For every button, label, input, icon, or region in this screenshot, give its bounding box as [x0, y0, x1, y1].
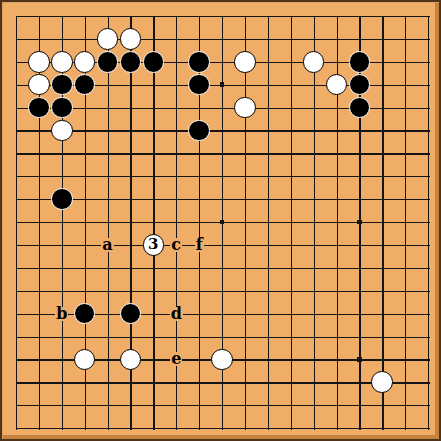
board-point: [27, 188, 50, 211]
board-point: [50, 50, 73, 73]
white-stone: [234, 97, 256, 119]
board-point: [394, 256, 417, 279]
board-point: [50, 119, 73, 142]
board-point: [279, 211, 302, 234]
board-point: [119, 96, 142, 119]
board-point: [256, 188, 279, 211]
board-point: [325, 142, 348, 165]
board-point: [142, 417, 165, 440]
white-stone: [28, 74, 50, 96]
board-point: [302, 371, 325, 394]
white-stone: [97, 28, 119, 50]
board-point: [142, 348, 165, 371]
board-point: [188, 371, 211, 394]
board-point: [325, 233, 348, 256]
board-point: [165, 50, 188, 73]
board-point: [73, 302, 96, 325]
board-point: [119, 233, 142, 256]
black-stone: [51, 97, 73, 119]
board-point: [165, 119, 188, 142]
white-stone: [371, 371, 393, 393]
board-point: [5, 96, 28, 119]
board-point: [165, 5, 188, 28]
board-point: [233, 5, 256, 28]
board-point: [394, 188, 417, 211]
board-point: [348, 233, 371, 256]
board-point: [325, 394, 348, 417]
board-point: [27, 348, 50, 371]
board-point: [119, 165, 142, 188]
board-point: [73, 27, 96, 50]
board-point: [50, 348, 73, 371]
board-point: [256, 302, 279, 325]
board-point: c: [165, 233, 188, 256]
board-point: [188, 211, 211, 234]
board-point: [348, 371, 371, 394]
point-label-d: d: [170, 307, 183, 321]
board-point: [302, 348, 325, 371]
board-point: [188, 27, 211, 50]
black-stone: [188, 120, 210, 142]
board-point: [371, 50, 394, 73]
board-point: [348, 211, 371, 234]
board-point: [279, 279, 302, 302]
go-board-frame: a3cfbde: [0, 0, 441, 441]
board-point: [119, 256, 142, 279]
board-point: [50, 27, 73, 50]
board-point: [279, 142, 302, 165]
board-point: [348, 165, 371, 188]
board-point: [256, 371, 279, 394]
board-point: [417, 142, 440, 165]
board-point: [211, 119, 234, 142]
board-point: [165, 394, 188, 417]
board-point: [73, 188, 96, 211]
board-point: [371, 394, 394, 417]
board-point: [256, 142, 279, 165]
board-point: [371, 211, 394, 234]
board-point: [73, 119, 96, 142]
board-point: [417, 211, 440, 234]
board-point: [27, 325, 50, 348]
board-point: [371, 302, 394, 325]
board-point: [211, 348, 234, 371]
board-point: [417, 96, 440, 119]
board-point: [233, 188, 256, 211]
board-point: [211, 279, 234, 302]
board-point: [119, 302, 142, 325]
board-point: [394, 27, 417, 50]
board-point: [165, 417, 188, 440]
board-point: [325, 348, 348, 371]
board-point: [279, 50, 302, 73]
board-point: [211, 27, 234, 50]
board-point: [142, 5, 165, 28]
board-point: [73, 417, 96, 440]
white-stone: [120, 28, 142, 50]
board-point: [417, 256, 440, 279]
board-point: [73, 256, 96, 279]
board-point: [417, 371, 440, 394]
board-point: [348, 119, 371, 142]
board-point: [73, 394, 96, 417]
board-point: [5, 27, 28, 50]
white-stone: [28, 51, 50, 73]
board-point: [188, 256, 211, 279]
board-point: [211, 371, 234, 394]
board-point: [142, 50, 165, 73]
point-label-b: b: [55, 307, 68, 321]
board-point: [96, 211, 119, 234]
board-point: [233, 211, 256, 234]
board-point: [5, 119, 28, 142]
board-point: [233, 417, 256, 440]
white-stone: [51, 51, 73, 73]
board-point: [394, 73, 417, 96]
board-point: [5, 371, 28, 394]
board-point: [119, 188, 142, 211]
board-point: [279, 394, 302, 417]
board-point: [394, 302, 417, 325]
board-point: [279, 256, 302, 279]
black-stone: [28, 97, 50, 119]
board-point: [394, 233, 417, 256]
board-point: [50, 256, 73, 279]
board-point: [119, 417, 142, 440]
board-point: [188, 165, 211, 188]
board-point: [325, 302, 348, 325]
board-point: [302, 394, 325, 417]
black-stone: [349, 97, 371, 119]
black-stone: [349, 74, 371, 96]
board-point: [96, 165, 119, 188]
board-point: [371, 233, 394, 256]
board-point: [27, 371, 50, 394]
board-point: [348, 96, 371, 119]
board-point: [27, 417, 50, 440]
board-point: [394, 96, 417, 119]
board-point: [279, 5, 302, 28]
board-point: [371, 348, 394, 371]
board-point: [302, 119, 325, 142]
board-point: [5, 394, 28, 417]
board-point: [188, 73, 211, 96]
board-point: [73, 233, 96, 256]
board-point: [73, 165, 96, 188]
board-point: [233, 27, 256, 50]
board-point: [5, 73, 28, 96]
board-point: [50, 233, 73, 256]
board-point: [394, 371, 417, 394]
board-point: [211, 325, 234, 348]
board-point: [325, 165, 348, 188]
board-point: [394, 50, 417, 73]
board-point: [302, 302, 325, 325]
board-point: [119, 325, 142, 348]
board-point: [256, 119, 279, 142]
board-point: [394, 5, 417, 28]
board-point: [27, 119, 50, 142]
board-point: [5, 211, 28, 234]
board-point: [96, 73, 119, 96]
board-point: [142, 279, 165, 302]
board-point: [256, 233, 279, 256]
board-point: [142, 142, 165, 165]
board-point: [348, 417, 371, 440]
board-point: [279, 417, 302, 440]
black-stone: [120, 51, 142, 73]
board-point: [96, 5, 119, 28]
board-point: [165, 73, 188, 96]
board-point: [142, 27, 165, 50]
board-point: [233, 325, 256, 348]
board-point: [188, 394, 211, 417]
board-point: [233, 279, 256, 302]
board-point: [188, 325, 211, 348]
board-point: [394, 348, 417, 371]
board-point: [233, 73, 256, 96]
board-point: [119, 5, 142, 28]
board-point: [302, 165, 325, 188]
board-point: [165, 96, 188, 119]
board-point: [27, 279, 50, 302]
board-point: [96, 50, 119, 73]
board-point: [325, 279, 348, 302]
board-point: [73, 348, 96, 371]
board-point: [256, 165, 279, 188]
board-point: [142, 371, 165, 394]
board-point: [119, 348, 142, 371]
board-point: [142, 256, 165, 279]
board-point: [119, 27, 142, 50]
board-point: [325, 50, 348, 73]
board-point: [256, 50, 279, 73]
board-point: [188, 279, 211, 302]
board-point: [50, 394, 73, 417]
board-point: [302, 73, 325, 96]
board-point: [73, 142, 96, 165]
board-point: [348, 50, 371, 73]
board-point: 3: [142, 233, 165, 256]
board-point: [394, 279, 417, 302]
board-point: [5, 5, 28, 28]
board-point: [348, 279, 371, 302]
board-point: [5, 233, 28, 256]
board-point: [325, 119, 348, 142]
board-point: [165, 211, 188, 234]
board-point: [302, 142, 325, 165]
board-point: [371, 256, 394, 279]
board-point: [211, 73, 234, 96]
board-point: [96, 371, 119, 394]
board-point: [233, 256, 256, 279]
white-stone: [51, 120, 73, 142]
board-point: [73, 96, 96, 119]
white-stone: [234, 51, 256, 73]
board-point: [417, 119, 440, 142]
board-point: [233, 96, 256, 119]
board-point: [73, 371, 96, 394]
board-point: [417, 5, 440, 28]
board-point: [165, 165, 188, 188]
board-point: [27, 256, 50, 279]
black-stone: [74, 74, 96, 96]
board-point: [325, 256, 348, 279]
board-point: [211, 165, 234, 188]
board-point: [142, 96, 165, 119]
board-point: [348, 302, 371, 325]
board-point: [256, 348, 279, 371]
board-point: [279, 96, 302, 119]
board-point: [256, 73, 279, 96]
board-point: [256, 417, 279, 440]
board-point: [211, 211, 234, 234]
board-point: [211, 142, 234, 165]
board-point: [27, 5, 50, 28]
board-point: [96, 325, 119, 348]
board-point: [302, 5, 325, 28]
board-point: [256, 256, 279, 279]
board-point: [394, 417, 417, 440]
board-point: [27, 394, 50, 417]
go-board: a3cfbde: [5, 5, 440, 440]
board-point: [348, 73, 371, 96]
black-stone: [188, 74, 210, 96]
board-point: [119, 371, 142, 394]
board-point: [233, 302, 256, 325]
board-point: [27, 165, 50, 188]
board-point: [417, 348, 440, 371]
board-point: [211, 233, 234, 256]
board-point: [348, 142, 371, 165]
board-point: [348, 5, 371, 28]
board-point: d: [165, 302, 188, 325]
board-point: [96, 27, 119, 50]
board-point: [27, 233, 50, 256]
white-stone: [326, 74, 348, 96]
board-point: [188, 302, 211, 325]
board-point: [50, 325, 73, 348]
white-stone: [211, 349, 233, 371]
board-point: [348, 256, 371, 279]
black-stone: [51, 188, 73, 210]
board-point: [211, 394, 234, 417]
black-stone: [97, 51, 119, 73]
board-point: [50, 188, 73, 211]
board-point: [5, 256, 28, 279]
board-point: [96, 142, 119, 165]
board-point: [256, 27, 279, 50]
board-point: [142, 394, 165, 417]
board-point: [142, 302, 165, 325]
board-point: [165, 27, 188, 50]
board-point: [5, 325, 28, 348]
board-point: [233, 50, 256, 73]
board-point: [142, 73, 165, 96]
board-point: [371, 142, 394, 165]
board-point: [417, 50, 440, 73]
board-point: [211, 96, 234, 119]
board-point: [417, 233, 440, 256]
board-point: [348, 348, 371, 371]
board-point: [27, 302, 50, 325]
board-point: [73, 211, 96, 234]
board-point: [73, 73, 96, 96]
board-point: [394, 211, 417, 234]
board-point: [50, 417, 73, 440]
point-label-f: f: [195, 238, 204, 252]
board-point: [233, 371, 256, 394]
star-point: [220, 220, 225, 225]
board-point: [188, 50, 211, 73]
board-point: [50, 142, 73, 165]
board-point: [256, 211, 279, 234]
board-point: [142, 165, 165, 188]
board-point: [371, 279, 394, 302]
board-point: [233, 142, 256, 165]
board-point: [371, 27, 394, 50]
white-stone: [74, 51, 96, 73]
board-point: [371, 5, 394, 28]
board-point: [5, 165, 28, 188]
board-point: [417, 417, 440, 440]
board-point: [302, 50, 325, 73]
board-point: [50, 73, 73, 96]
board-point: [96, 279, 119, 302]
board-point: [73, 325, 96, 348]
board-point: [256, 5, 279, 28]
board-point: [165, 279, 188, 302]
board-point: [188, 348, 211, 371]
board-point: [73, 5, 96, 28]
board-point: [279, 233, 302, 256]
board-point: [50, 96, 73, 119]
board-point: [188, 142, 211, 165]
point-label-a: a: [101, 238, 113, 252]
board-point: [348, 394, 371, 417]
board-point: [394, 165, 417, 188]
board-point: [233, 165, 256, 188]
board-point: [211, 302, 234, 325]
board-point: [279, 73, 302, 96]
board-point: [325, 325, 348, 348]
board-point: [302, 27, 325, 50]
board-point: [27, 211, 50, 234]
board-point: [279, 302, 302, 325]
board-point: [325, 211, 348, 234]
board-point: [73, 279, 96, 302]
board-point: [5, 142, 28, 165]
board-point: [233, 119, 256, 142]
board-point: [302, 211, 325, 234]
board-point: [165, 325, 188, 348]
board-point: [96, 96, 119, 119]
board-point: [417, 302, 440, 325]
board-point: [302, 96, 325, 119]
board-point: [325, 371, 348, 394]
board-point: [165, 371, 188, 394]
board-point: [188, 96, 211, 119]
board-point: a: [96, 233, 119, 256]
board-point: [302, 279, 325, 302]
board-point: [5, 302, 28, 325]
board-point: [27, 27, 50, 50]
black-stone: [143, 51, 165, 73]
board-point: [27, 96, 50, 119]
board-point: [256, 279, 279, 302]
board-point: [279, 371, 302, 394]
board-point: [96, 394, 119, 417]
